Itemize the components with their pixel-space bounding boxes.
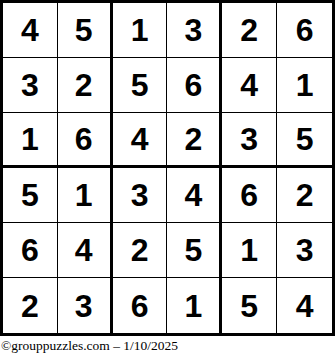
sudoku-cell-r1c5: 2 xyxy=(222,3,277,58)
sudoku-cell-r3c3: 4 xyxy=(113,113,168,168)
sudoku-cell-r3c1: 1 xyxy=(3,113,58,168)
sudoku-cell-r5c3: 2 xyxy=(113,223,168,278)
sudoku-cell-r5c1: 6 xyxy=(3,223,58,278)
sudoku-cell-r5c4: 5 xyxy=(167,223,222,278)
sudoku-cell-r3c2: 6 xyxy=(58,113,113,168)
sudoku-page: 451326325641164235513462642513236154 ©gr… xyxy=(0,0,335,357)
sudoku-cell-r4c4: 4 xyxy=(167,168,222,223)
sudoku-cell-r4c6: 2 xyxy=(277,168,332,223)
sudoku-cell-r1c6: 6 xyxy=(277,3,332,58)
sudoku-cell-r3c6: 5 xyxy=(277,113,332,168)
sudoku-cell-r2c3: 5 xyxy=(113,58,168,113)
sudoku-board: 451326325641164235513462642513236154 xyxy=(0,0,335,336)
sudoku-cell-r4c3: 3 xyxy=(113,168,168,223)
sudoku-cell-r1c4: 3 xyxy=(167,3,222,58)
copyright-credit: ©grouppuzzles.com – 1/10/2025 xyxy=(1,338,334,356)
sudoku-cell-r4c1: 5 xyxy=(3,168,58,223)
sudoku-cell-r2c6: 1 xyxy=(277,58,332,113)
sudoku-cell-r3c4: 2 xyxy=(167,113,222,168)
sudoku-cell-r2c5: 4 xyxy=(222,58,277,113)
sudoku-cell-r2c1: 3 xyxy=(3,58,58,113)
sudoku-cell-r1c3: 1 xyxy=(113,3,168,58)
sudoku-cell-r6c4: 1 xyxy=(167,278,222,333)
sudoku-cell-r3c5: 3 xyxy=(222,113,277,168)
sudoku-cell-r6c3: 6 xyxy=(113,278,168,333)
sudoku-cell-r1c1: 4 xyxy=(3,3,58,58)
sudoku-cell-r5c2: 4 xyxy=(58,223,113,278)
sudoku-cell-r2c2: 2 xyxy=(58,58,113,113)
sudoku-cell-r4c5: 6 xyxy=(222,168,277,223)
sudoku-cell-r5c5: 1 xyxy=(222,223,277,278)
sudoku-cell-r5c6: 3 xyxy=(277,223,332,278)
sudoku-cell-r1c2: 5 xyxy=(58,3,113,58)
sudoku-cell-r2c4: 6 xyxy=(167,58,222,113)
sudoku-cell-r6c6: 4 xyxy=(277,278,332,333)
sudoku-cell-r4c2: 1 xyxy=(58,168,113,223)
sudoku-cell-r6c1: 2 xyxy=(3,278,58,333)
sudoku-cell-r6c5: 5 xyxy=(222,278,277,333)
sudoku-cell-r6c2: 3 xyxy=(58,278,113,333)
